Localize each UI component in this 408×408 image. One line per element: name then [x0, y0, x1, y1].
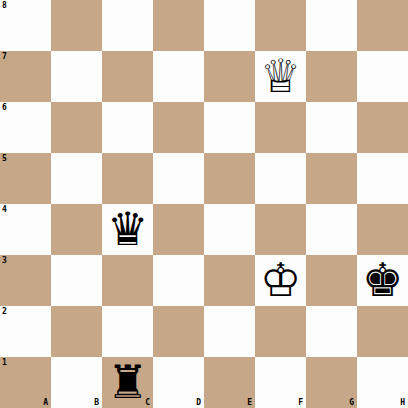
- square-c1[interactable]: C♜: [102, 357, 153, 408]
- square-c5[interactable]: [102, 153, 153, 204]
- square-h8[interactable]: [357, 0, 408, 51]
- square-a3[interactable]: 3: [0, 255, 51, 306]
- chess-board: 87♕654♛3♔♚21ABC♜DEFGH: [0, 0, 408, 408]
- rank-label-7: 7: [2, 52, 7, 61]
- square-g6[interactable]: [306, 102, 357, 153]
- square-d3[interactable]: [153, 255, 204, 306]
- square-d5[interactable]: [153, 153, 204, 204]
- square-e2[interactable]: [204, 306, 255, 357]
- square-e6[interactable]: [204, 102, 255, 153]
- square-f1[interactable]: F: [255, 357, 306, 408]
- square-h2[interactable]: [357, 306, 408, 357]
- square-d4[interactable]: [153, 204, 204, 255]
- square-c4[interactable]: ♛: [102, 204, 153, 255]
- square-a8[interactable]: 8: [0, 0, 51, 51]
- rank-label-3: 3: [2, 256, 7, 265]
- square-h5[interactable]: [357, 153, 408, 204]
- square-h3[interactable]: ♚: [357, 255, 408, 306]
- file-label-d: D: [196, 398, 201, 407]
- square-a7[interactable]: 7: [0, 51, 51, 102]
- square-g5[interactable]: [306, 153, 357, 204]
- square-c2[interactable]: [102, 306, 153, 357]
- square-g3[interactable]: [306, 255, 357, 306]
- square-b4[interactable]: [51, 204, 102, 255]
- square-d7[interactable]: [153, 51, 204, 102]
- white-queen[interactable]: ♕: [260, 53, 301, 99]
- square-c3[interactable]: [102, 255, 153, 306]
- square-b3[interactable]: [51, 255, 102, 306]
- black-rook[interactable]: ♜: [107, 359, 148, 405]
- rank-label-5: 5: [2, 154, 7, 163]
- file-label-f: F: [298, 398, 303, 407]
- rank-label-8: 8: [2, 1, 7, 10]
- square-b5[interactable]: [51, 153, 102, 204]
- square-a5[interactable]: 5: [0, 153, 51, 204]
- file-label-e: E: [247, 398, 252, 407]
- square-b1[interactable]: B: [51, 357, 102, 408]
- square-f6[interactable]: [255, 102, 306, 153]
- square-f5[interactable]: [255, 153, 306, 204]
- square-e4[interactable]: [204, 204, 255, 255]
- square-a4[interactable]: 4: [0, 204, 51, 255]
- square-c6[interactable]: [102, 102, 153, 153]
- square-g1[interactable]: G: [306, 357, 357, 408]
- black-queen[interactable]: ♛: [107, 206, 148, 252]
- square-h1[interactable]: H: [357, 357, 408, 408]
- square-e3[interactable]: [204, 255, 255, 306]
- square-b8[interactable]: [51, 0, 102, 51]
- square-b7[interactable]: [51, 51, 102, 102]
- square-g7[interactable]: [306, 51, 357, 102]
- square-a1[interactable]: 1A: [0, 357, 51, 408]
- rank-label-4: 4: [2, 205, 7, 214]
- square-d2[interactable]: [153, 306, 204, 357]
- square-f3[interactable]: ♔: [255, 255, 306, 306]
- square-c7[interactable]: [102, 51, 153, 102]
- file-label-g: G: [349, 398, 354, 407]
- square-f8[interactable]: [255, 0, 306, 51]
- square-a2[interactable]: 2: [0, 306, 51, 357]
- square-g8[interactable]: [306, 0, 357, 51]
- square-d8[interactable]: [153, 0, 204, 51]
- square-c8[interactable]: [102, 0, 153, 51]
- square-b2[interactable]: [51, 306, 102, 357]
- square-a6[interactable]: 6: [0, 102, 51, 153]
- rank-label-1: 1: [2, 358, 7, 367]
- white-king[interactable]: ♔: [260, 257, 301, 303]
- square-g4[interactable]: [306, 204, 357, 255]
- file-label-h: H: [400, 398, 405, 407]
- file-label-a: A: [43, 398, 48, 407]
- square-f4[interactable]: [255, 204, 306, 255]
- square-d6[interactable]: [153, 102, 204, 153]
- square-h4[interactable]: [357, 204, 408, 255]
- square-e7[interactable]: [204, 51, 255, 102]
- black-king[interactable]: ♚: [362, 257, 403, 303]
- square-f7[interactable]: ♕: [255, 51, 306, 102]
- square-d1[interactable]: D: [153, 357, 204, 408]
- file-label-b: B: [94, 398, 99, 407]
- square-e8[interactable]: [204, 0, 255, 51]
- square-h6[interactable]: [357, 102, 408, 153]
- square-e5[interactable]: [204, 153, 255, 204]
- rank-label-2: 2: [2, 307, 7, 316]
- square-g2[interactable]: [306, 306, 357, 357]
- square-b6[interactable]: [51, 102, 102, 153]
- rank-label-6: 6: [2, 103, 7, 112]
- square-h7[interactable]: [357, 51, 408, 102]
- square-e1[interactable]: E: [204, 357, 255, 408]
- square-f2[interactable]: [255, 306, 306, 357]
